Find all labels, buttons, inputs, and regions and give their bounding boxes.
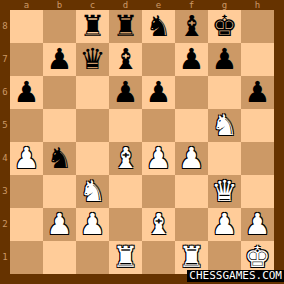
square-d6[interactable]: ♟ <box>109 76 142 109</box>
square-b6[interactable] <box>43 76 76 109</box>
white-pawn-b2: ♟ <box>43 208 76 241</box>
square-h5[interactable] <box>241 109 274 142</box>
square-e5[interactable] <box>142 109 175 142</box>
square-d1[interactable]: ♜ <box>109 241 142 274</box>
black-knight-e8: ♞ <box>142 10 175 43</box>
square-d3[interactable] <box>109 175 142 208</box>
white-pawn-g2: ♟ <box>208 208 241 241</box>
square-e4[interactable]: ♟ <box>142 142 175 175</box>
square-h8[interactable] <box>241 10 274 43</box>
square-e2[interactable]: ♝ <box>142 208 175 241</box>
black-pawn-h6: ♟ <box>241 76 274 109</box>
black-pawn-d6: ♟ <box>109 76 142 109</box>
white-pawn-e4: ♟ <box>142 142 175 175</box>
square-g4[interactable] <box>208 142 241 175</box>
square-e8[interactable]: ♞ <box>142 10 175 43</box>
black-pawn-f7: ♟ <box>175 43 208 76</box>
square-c7[interactable]: ♛ <box>76 43 109 76</box>
square-h6[interactable]: ♟ <box>241 76 274 109</box>
white-bishop-e2: ♝ <box>142 208 175 241</box>
square-c2[interactable]: ♟ <box>76 208 109 241</box>
square-f4[interactable]: ♟ <box>175 142 208 175</box>
square-f3[interactable] <box>175 175 208 208</box>
square-b7[interactable]: ♟ <box>43 43 76 76</box>
square-b4[interactable]: ♞ <box>43 142 76 175</box>
square-e1[interactable] <box>142 241 175 274</box>
rank-label-5: 5 <box>0 109 10 142</box>
square-f6[interactable] <box>175 76 208 109</box>
square-b5[interactable] <box>43 109 76 142</box>
white-bishop-d4: ♝ <box>109 142 142 175</box>
square-a6[interactable]: ♟ <box>10 76 43 109</box>
square-h3[interactable] <box>241 175 274 208</box>
rank-label-8: 8 <box>0 10 10 43</box>
rank-label-1: 1 <box>0 241 10 274</box>
square-h4[interactable] <box>241 142 274 175</box>
file-label-h: h <box>241 0 274 10</box>
square-b1[interactable] <box>43 241 76 274</box>
square-d8[interactable]: ♜ <box>109 10 142 43</box>
black-rook-c8: ♜ <box>76 10 109 43</box>
black-pawn-e6: ♟ <box>142 76 175 109</box>
square-d4[interactable]: ♝ <box>109 142 142 175</box>
black-pawn-a6: ♟ <box>10 76 43 109</box>
square-a7[interactable] <box>10 43 43 76</box>
black-king-g8: ♚ <box>208 10 241 43</box>
square-h2[interactable]: ♟ <box>241 208 274 241</box>
white-queen-g3: ♛ <box>208 175 241 208</box>
rank-label-7: 7 <box>0 43 10 76</box>
rank-label-3: 3 <box>0 175 10 208</box>
square-a3[interactable] <box>10 175 43 208</box>
square-c6[interactable] <box>76 76 109 109</box>
square-g5[interactable]: ♞ <box>208 109 241 142</box>
square-f2[interactable] <box>175 208 208 241</box>
square-a2[interactable] <box>10 208 43 241</box>
rank-label-6: 6 <box>0 76 10 109</box>
black-bishop-f8: ♝ <box>175 10 208 43</box>
black-knight-b4: ♞ <box>43 142 76 175</box>
square-c5[interactable] <box>76 109 109 142</box>
square-c4[interactable] <box>76 142 109 175</box>
rank-label-2: 2 <box>0 208 10 241</box>
file-label-a: a <box>10 0 43 10</box>
white-pawn-a4: ♟ <box>10 142 43 175</box>
square-g3[interactable]: ♛ <box>208 175 241 208</box>
square-c3[interactable]: ♞ <box>76 175 109 208</box>
file-label-b: b <box>43 0 76 10</box>
square-e6[interactable]: ♟ <box>142 76 175 109</box>
white-rook-d1: ♜ <box>109 241 142 274</box>
square-g2[interactable]: ♟ <box>208 208 241 241</box>
chess-board: ♜♜♞♝♚♟♛♝♟♟♟♟♟♟♞♟♞♝♟♟♞♛♟♟♝♟♟♜♜♚ <box>10 10 274 274</box>
square-b8[interactable] <box>43 10 76 43</box>
black-bishop-d7: ♝ <box>109 43 142 76</box>
square-h7[interactable] <box>241 43 274 76</box>
rank-labels: 87654321 <box>0 10 10 274</box>
square-a4[interactable]: ♟ <box>10 142 43 175</box>
square-d7[interactable]: ♝ <box>109 43 142 76</box>
watermark-label: CHESSGAMES.COM <box>187 270 284 282</box>
black-queen-c7: ♛ <box>76 43 109 76</box>
square-g7[interactable]: ♟ <box>208 43 241 76</box>
square-f5[interactable] <box>175 109 208 142</box>
square-d5[interactable] <box>109 109 142 142</box>
square-d2[interactable] <box>109 208 142 241</box>
square-a1[interactable] <box>10 241 43 274</box>
chess-board-diagram: abcdefgh 87654321 ♜♜♞♝♚♟♛♝♟♟♟♟♟♟♞♟♞♝♟♟♞♛… <box>0 0 284 284</box>
white-pawn-f4: ♟ <box>175 142 208 175</box>
square-g8[interactable]: ♚ <box>208 10 241 43</box>
white-knight-g5: ♞ <box>208 109 241 142</box>
square-g6[interactable] <box>208 76 241 109</box>
square-a8[interactable] <box>10 10 43 43</box>
square-e7[interactable] <box>142 43 175 76</box>
square-a5[interactable] <box>10 109 43 142</box>
white-pawn-h2: ♟ <box>241 208 274 241</box>
square-f8[interactable]: ♝ <box>175 10 208 43</box>
white-pawn-c2: ♟ <box>76 208 109 241</box>
square-e3[interactable] <box>142 175 175 208</box>
square-c8[interactable]: ♜ <box>76 10 109 43</box>
white-knight-c3: ♞ <box>76 175 109 208</box>
black-pawn-b7: ♟ <box>43 43 76 76</box>
square-b2[interactable]: ♟ <box>43 208 76 241</box>
black-rook-d8: ♜ <box>109 10 142 43</box>
square-f7[interactable]: ♟ <box>175 43 208 76</box>
square-b3[interactable] <box>43 175 76 208</box>
square-c1[interactable] <box>76 241 109 274</box>
rank-label-4: 4 <box>0 142 10 175</box>
black-pawn-g7: ♟ <box>208 43 241 76</box>
